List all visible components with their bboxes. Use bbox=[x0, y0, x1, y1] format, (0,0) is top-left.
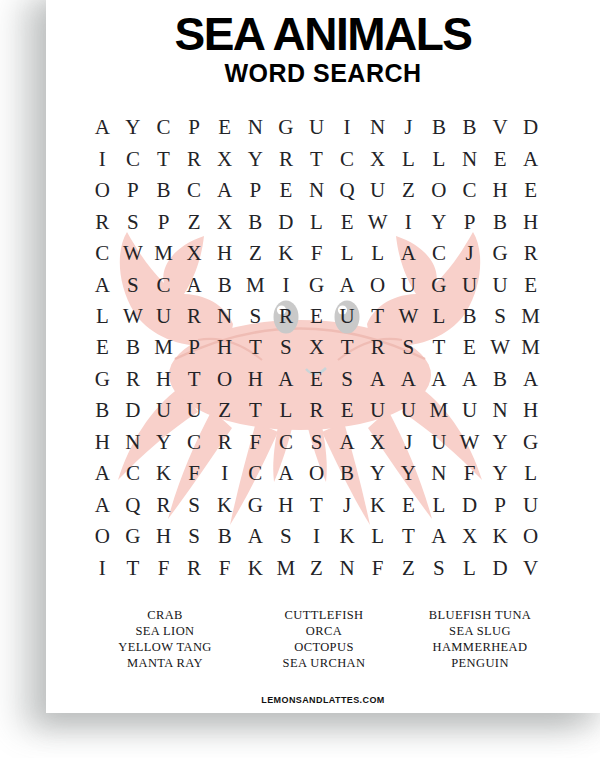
grid-cell: G bbox=[424, 269, 455, 300]
grid-cell: C bbox=[148, 112, 179, 143]
grid-cell: A bbox=[87, 112, 118, 143]
grid-cell: T bbox=[301, 143, 332, 174]
grid-cell: I bbox=[209, 458, 240, 489]
grid-cell: C bbox=[332, 143, 363, 174]
grid-cell: Z bbox=[301, 553, 332, 584]
grid-cell: S bbox=[240, 301, 271, 332]
grid-cell: H bbox=[485, 175, 516, 206]
grid-cell: U bbox=[454, 269, 485, 300]
grid-cell: R bbox=[362, 332, 393, 363]
grid-cell: A bbox=[424, 364, 455, 395]
grid-cell: L bbox=[393, 143, 424, 174]
grid-cell: L bbox=[454, 553, 485, 584]
grid-cell: A bbox=[454, 364, 485, 395]
grid-cell: H bbox=[148, 364, 179, 395]
grid-cell: Z bbox=[209, 395, 240, 426]
grid-cell: U bbox=[424, 427, 455, 458]
grid-cell: U bbox=[362, 395, 393, 426]
grid-cell: A bbox=[209, 175, 240, 206]
grid-cell: G bbox=[301, 269, 332, 300]
grid-cell: S bbox=[118, 206, 149, 237]
grid-cell: L bbox=[424, 490, 455, 521]
grid-cell: R bbox=[271, 301, 302, 332]
grid-cell: T bbox=[118, 553, 149, 584]
grid-cell: I bbox=[301, 521, 332, 552]
grid-cell: Y bbox=[485, 427, 516, 458]
grid-cell: R bbox=[209, 427, 240, 458]
grid-cell: A bbox=[332, 427, 363, 458]
grid-cell: B bbox=[148, 175, 179, 206]
grid-cell: R bbox=[271, 143, 302, 174]
grid-cell: T bbox=[240, 395, 271, 426]
grid-cell: L bbox=[301, 206, 332, 237]
grid-cell: B bbox=[424, 112, 455, 143]
grid-cell: B bbox=[209, 269, 240, 300]
grid-cell: R bbox=[179, 553, 210, 584]
grid-cell: E bbox=[393, 490, 424, 521]
grid-cell: C bbox=[118, 143, 149, 174]
grid-cell: S bbox=[332, 364, 363, 395]
grid-cell: I bbox=[332, 112, 363, 143]
grid-cell: G bbox=[271, 112, 302, 143]
grid-cell: A bbox=[393, 238, 424, 269]
grid-cell: A bbox=[179, 269, 210, 300]
grid-cell: B bbox=[485, 364, 516, 395]
grid-cell: C bbox=[118, 458, 149, 489]
grid-cell: U bbox=[301, 112, 332, 143]
grid-cell: U bbox=[454, 395, 485, 426]
word-item: BLUEFISH TUNA bbox=[380, 607, 580, 623]
grid-cell: K bbox=[332, 521, 363, 552]
grid-cell: O bbox=[301, 458, 332, 489]
grid-cell: V bbox=[485, 112, 516, 143]
grid-cell: K bbox=[148, 458, 179, 489]
grid-cell: M bbox=[148, 238, 179, 269]
grid-cell: L bbox=[87, 301, 118, 332]
page: SEA ANIMALS WORD SEARCH bbox=[46, 0, 600, 713]
grid-cell: G bbox=[87, 364, 118, 395]
grid-cell: T bbox=[362, 301, 393, 332]
grid-cell: J bbox=[393, 427, 424, 458]
grid-cell: C bbox=[454, 175, 485, 206]
grid-cell: M bbox=[271, 553, 302, 584]
grid-cell: O bbox=[424, 175, 455, 206]
grid-cell: E bbox=[301, 364, 332, 395]
grid-cell: I bbox=[87, 553, 118, 584]
word-item: HAMMERHEAD bbox=[380, 639, 580, 655]
grid-cell: A bbox=[362, 364, 393, 395]
grid-cell: C bbox=[271, 427, 302, 458]
grid-cell: U bbox=[179, 395, 210, 426]
page-title: SEA ANIMALS bbox=[46, 10, 600, 58]
grid-cell: A bbox=[424, 521, 455, 552]
grid-cell: F bbox=[301, 238, 332, 269]
grid-cell: N bbox=[118, 427, 149, 458]
grid-cell: V bbox=[515, 553, 546, 584]
grid-cell: A bbox=[271, 364, 302, 395]
grid-cell: M bbox=[515, 332, 546, 363]
grid-cell: O bbox=[209, 364, 240, 395]
grid-cell: L bbox=[271, 395, 302, 426]
grid-cell: P bbox=[148, 206, 179, 237]
grid-cell: J bbox=[332, 490, 363, 521]
grid-cell: N bbox=[240, 112, 271, 143]
grid-cell: E bbox=[454, 332, 485, 363]
grid-cell: H bbox=[148, 521, 179, 552]
grid-cell: K bbox=[271, 238, 302, 269]
grid-cell: K bbox=[485, 521, 516, 552]
grid-cell: C bbox=[179, 175, 210, 206]
grid-cell: E bbox=[87, 332, 118, 363]
footer-url: LEMONSANDLATTES.COM bbox=[46, 695, 600, 705]
grid-cell: W bbox=[393, 301, 424, 332]
grid-cell: S bbox=[179, 521, 210, 552]
grid-cell: O bbox=[87, 175, 118, 206]
grid-cell: D bbox=[118, 395, 149, 426]
grid-cell: U bbox=[148, 395, 179, 426]
grid-cell: H bbox=[271, 490, 302, 521]
word-item: PENGUIN bbox=[380, 655, 580, 671]
grid-cell: E bbox=[332, 206, 363, 237]
grid-cell: K bbox=[209, 490, 240, 521]
grid-cell: G bbox=[485, 238, 516, 269]
grid-cell: F bbox=[362, 553, 393, 584]
grid-cell: Z bbox=[179, 206, 210, 237]
grid-cell: U bbox=[393, 269, 424, 300]
grid-cell: X bbox=[362, 143, 393, 174]
grid-cell: Q bbox=[118, 490, 149, 521]
grid-cell: L bbox=[362, 521, 393, 552]
grid-cell: S bbox=[301, 427, 332, 458]
grid-cell: D bbox=[271, 206, 302, 237]
grid-cell: N bbox=[332, 553, 363, 584]
grid-cell: H bbox=[240, 364, 271, 395]
grid-cell: R bbox=[301, 395, 332, 426]
page-subtitle: WORD SEARCH bbox=[46, 60, 600, 86]
grid-cell: S bbox=[393, 332, 424, 363]
grid-cell: S bbox=[271, 521, 302, 552]
grid-cell: F bbox=[209, 553, 240, 584]
grid-cell: E bbox=[485, 143, 516, 174]
grid-cell: L bbox=[424, 143, 455, 174]
grid-cell: R bbox=[118, 364, 149, 395]
grid-cell: A bbox=[271, 458, 302, 489]
grid-cell: E bbox=[209, 112, 240, 143]
letter-grid: AYCPENGUINJBBVDICTRXYRTCXLLNEAOPBCAPENQU… bbox=[87, 112, 546, 584]
grid-cell: A bbox=[240, 521, 271, 552]
grid-cell: P bbox=[179, 332, 210, 363]
grid-cell: H bbox=[87, 427, 118, 458]
grid-cell: S bbox=[179, 490, 210, 521]
grid-cell: T bbox=[148, 143, 179, 174]
grid-cell: M bbox=[515, 301, 546, 332]
grid-cell: M bbox=[148, 332, 179, 363]
grid-cell: H bbox=[209, 238, 240, 269]
grid-cell: S bbox=[118, 269, 149, 300]
grid-cell: O bbox=[362, 269, 393, 300]
grid-cell: U bbox=[485, 269, 516, 300]
grid-cell: B bbox=[454, 301, 485, 332]
grid-cell: Y bbox=[485, 458, 516, 489]
grid-cell: Y bbox=[240, 143, 271, 174]
grid-cell: G bbox=[118, 521, 149, 552]
grid-cell: P bbox=[179, 112, 210, 143]
grid-cell: Y bbox=[362, 458, 393, 489]
grid-cell: P bbox=[485, 490, 516, 521]
grid-cell: Y bbox=[118, 112, 149, 143]
grid-cell: J bbox=[393, 112, 424, 143]
grid-cell: Q bbox=[332, 175, 363, 206]
grid-cell: R bbox=[87, 206, 118, 237]
grid-cell: X bbox=[179, 238, 210, 269]
grid-cell: P bbox=[118, 175, 149, 206]
grid-cell: C bbox=[179, 427, 210, 458]
grid-cell: N bbox=[301, 175, 332, 206]
grid-cell: A bbox=[87, 490, 118, 521]
grid-cell: W bbox=[485, 332, 516, 363]
grid-cell: A bbox=[332, 269, 363, 300]
grid-cell: R bbox=[148, 490, 179, 521]
grid-cell: B bbox=[332, 458, 363, 489]
grid-cell: B bbox=[454, 112, 485, 143]
grid-cell: I bbox=[393, 206, 424, 237]
grid-cell: N bbox=[424, 458, 455, 489]
grid-cell: H bbox=[515, 206, 546, 237]
grid-cell: U bbox=[332, 301, 363, 332]
grid-cell: U bbox=[362, 175, 393, 206]
grid-cell: D bbox=[515, 112, 546, 143]
grid-cell: U bbox=[515, 490, 546, 521]
grid-cell: R bbox=[179, 301, 210, 332]
grid-cell: J bbox=[454, 238, 485, 269]
grid-cell: O bbox=[515, 521, 546, 552]
grid-cell: G bbox=[515, 427, 546, 458]
grid-cell: F bbox=[179, 458, 210, 489]
grid-cell: U bbox=[148, 301, 179, 332]
grid-cell: E bbox=[271, 175, 302, 206]
grid-cell: W bbox=[118, 238, 149, 269]
grid-cell: X bbox=[454, 521, 485, 552]
grid-cell: H bbox=[209, 332, 240, 363]
grid-cell: G bbox=[240, 490, 271, 521]
grid-cell: A bbox=[87, 458, 118, 489]
grid-cell: W bbox=[454, 427, 485, 458]
grid-cell: W bbox=[362, 206, 393, 237]
grid-cell: S bbox=[271, 332, 302, 363]
grid-cell: P bbox=[454, 206, 485, 237]
grid-cell: T bbox=[393, 521, 424, 552]
grid-cell: D bbox=[485, 553, 516, 584]
grid-cell: E bbox=[515, 175, 546, 206]
grid-cell: Z bbox=[240, 238, 271, 269]
grid-cell: R bbox=[179, 143, 210, 174]
grid-cell: Y bbox=[148, 427, 179, 458]
grid-cell: B bbox=[87, 395, 118, 426]
grid-cell: B bbox=[118, 332, 149, 363]
grid-cell: U bbox=[393, 395, 424, 426]
grid-cell: O bbox=[87, 521, 118, 552]
grid-cell: L bbox=[362, 238, 393, 269]
word-list-column: BLUEFISH TUNASEA SLUGHAMMERHEADPENGUIN bbox=[380, 607, 580, 671]
grid-cell: X bbox=[362, 427, 393, 458]
grid-cell: T bbox=[240, 332, 271, 363]
grid-cell: L bbox=[515, 458, 546, 489]
grid-cell: C bbox=[148, 269, 179, 300]
grid-cell: Z bbox=[393, 553, 424, 584]
grid-cell: Y bbox=[393, 458, 424, 489]
grid-cell: B bbox=[209, 521, 240, 552]
grid-cell: L bbox=[332, 238, 363, 269]
grid-cell: L bbox=[424, 301, 455, 332]
page-background: SEA ANIMALS WORD SEARCH bbox=[0, 0, 600, 758]
grid-cell: N bbox=[362, 112, 393, 143]
grid-cell: C bbox=[424, 238, 455, 269]
grid-cell: X bbox=[209, 206, 240, 237]
grid-cell: N bbox=[454, 143, 485, 174]
grid-cell: C bbox=[87, 238, 118, 269]
grid-cell: Y bbox=[424, 206, 455, 237]
grid-cell: F bbox=[240, 427, 271, 458]
grid-cell: S bbox=[424, 553, 455, 584]
grid-cell: T bbox=[424, 332, 455, 363]
grid-cell: A bbox=[393, 364, 424, 395]
grid-cell: E bbox=[301, 301, 332, 332]
grid-cell: H bbox=[515, 395, 546, 426]
grid-cell: B bbox=[485, 206, 516, 237]
grid-cell: C bbox=[240, 458, 271, 489]
grid-cell: M bbox=[240, 269, 271, 300]
grid-cell: P bbox=[240, 175, 271, 206]
grid-cell: F bbox=[148, 553, 179, 584]
grid-cell: F bbox=[454, 458, 485, 489]
grid-cell: I bbox=[271, 269, 302, 300]
grid-cell: T bbox=[179, 364, 210, 395]
grid-cell: X bbox=[209, 143, 240, 174]
grid-cell: T bbox=[301, 490, 332, 521]
grid-cell: W bbox=[118, 301, 149, 332]
grid-cell: S bbox=[485, 301, 516, 332]
word-list: CRABSEA LIONYELLOW TANGMANTA RAYCUTTLEFI… bbox=[46, 607, 600, 679]
grid-cell: E bbox=[332, 395, 363, 426]
grid-cell: T bbox=[332, 332, 363, 363]
grid-cell: I bbox=[87, 143, 118, 174]
grid-cell: X bbox=[301, 332, 332, 363]
grid-cell: A bbox=[515, 364, 546, 395]
grid-cell: N bbox=[209, 301, 240, 332]
grid-cell: K bbox=[362, 490, 393, 521]
grid-cell: N bbox=[485, 395, 516, 426]
grid-cell: D bbox=[454, 490, 485, 521]
grid-cell: B bbox=[240, 206, 271, 237]
grid-cell: A bbox=[87, 269, 118, 300]
word-item: SEA SLUG bbox=[380, 623, 580, 639]
grid-cell: M bbox=[424, 395, 455, 426]
grid-cell: K bbox=[240, 553, 271, 584]
grid-cell: R bbox=[515, 238, 546, 269]
grid-cell: E bbox=[515, 269, 546, 300]
grid-cell: A bbox=[515, 143, 546, 174]
grid-cell: Z bbox=[393, 175, 424, 206]
